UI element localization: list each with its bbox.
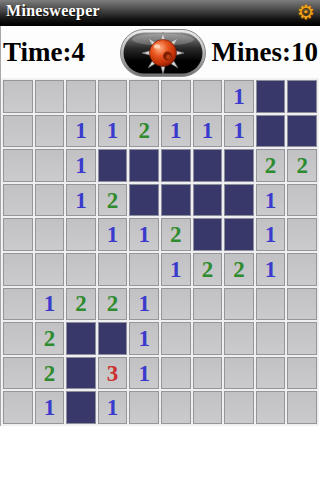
- cell-r7c9[interactable]: [255, 287, 287, 322]
- cell-r5c1[interactable]: [2, 217, 34, 252]
- cell-r4c4[interactable]: 2: [97, 183, 129, 218]
- cell-r8c1[interactable]: [2, 321, 34, 356]
- cell-r2c1[interactable]: [2, 114, 34, 149]
- cell-r8c8[interactable]: [223, 321, 255, 356]
- cell-r1c6[interactable]: [160, 79, 192, 114]
- cell-r3c2[interactable]: [34, 148, 66, 183]
- settings-button[interactable]: ⚙: [294, 0, 318, 25]
- app-title: Minesweeper: [6, 2, 100, 20]
- cell-r7c10[interactable]: [286, 287, 318, 322]
- cell-r6c4[interactable]: [97, 252, 129, 287]
- new-game-button[interactable]: [120, 29, 206, 77]
- cell-r3c1[interactable]: [2, 148, 34, 183]
- cell-r2c5[interactable]: 2: [128, 114, 160, 149]
- cell-r7c8[interactable]: [223, 287, 255, 322]
- cell-r10c1[interactable]: [2, 390, 34, 425]
- cell-r6c7[interactable]: 2: [192, 252, 224, 287]
- cell-r9c6[interactable]: [160, 356, 192, 391]
- cell-r6c6[interactable]: 1: [160, 252, 192, 287]
- cell-r10c5[interactable]: [128, 390, 160, 425]
- cell-r9c9[interactable]: [255, 356, 287, 391]
- cell-r8c10[interactable]: [286, 321, 318, 356]
- time-counter: Time:4: [3, 39, 85, 66]
- cell-r6c3[interactable]: [65, 252, 97, 287]
- cell-r2c10[interactable]: [286, 114, 318, 149]
- cell-r8c6[interactable]: [160, 321, 192, 356]
- cell-r10c4[interactable]: 1: [97, 390, 129, 425]
- cell-r3c5[interactable]: [128, 148, 160, 183]
- cell-r7c6[interactable]: [160, 287, 192, 322]
- cell-r1c4[interactable]: [97, 79, 129, 114]
- cell-r3c7[interactable]: [192, 148, 224, 183]
- cell-r6c5[interactable]: [128, 252, 160, 287]
- cell-r3c4[interactable]: [97, 148, 129, 183]
- title-bar: Minesweeper ⚙: [0, 0, 320, 26]
- cell-r5c10[interactable]: [286, 217, 318, 252]
- cell-r8c4[interactable]: [97, 321, 129, 356]
- cell-r1c10[interactable]: [286, 79, 318, 114]
- cell-r2c8[interactable]: 1: [223, 114, 255, 149]
- cell-r3c6[interactable]: [160, 148, 192, 183]
- cell-r5c9[interactable]: 1: [255, 217, 287, 252]
- cell-r5c2[interactable]: [34, 217, 66, 252]
- cell-r4c8[interactable]: [223, 183, 255, 218]
- cell-r1c9[interactable]: [255, 79, 287, 114]
- cell-r9c8[interactable]: [223, 356, 255, 391]
- cell-r1c2[interactable]: [34, 79, 66, 114]
- hud: Time:4: [0, 26, 320, 78]
- cell-r7c3[interactable]: 2: [65, 287, 97, 322]
- cell-r3c8[interactable]: [223, 148, 255, 183]
- cell-r4c1[interactable]: [2, 183, 34, 218]
- cell-r3c10[interactable]: 2: [286, 148, 318, 183]
- cell-r7c5[interactable]: 1: [128, 287, 160, 322]
- cell-r9c3[interactable]: [65, 356, 97, 391]
- cell-r1c7[interactable]: [192, 79, 224, 114]
- cell-r1c3[interactable]: [65, 79, 97, 114]
- mine-icon: [120, 29, 206, 77]
- cell-r7c7[interactable]: [192, 287, 224, 322]
- mines-counter: Mines:10: [212, 39, 318, 66]
- cell-r6c1[interactable]: [2, 252, 34, 287]
- cell-r10c8[interactable]: [223, 390, 255, 425]
- cell-r6c8[interactable]: 2: [223, 252, 255, 287]
- cell-r2c7[interactable]: 1: [192, 114, 224, 149]
- cell-r4c2[interactable]: [34, 183, 66, 218]
- cell-r9c5[interactable]: 1: [128, 356, 160, 391]
- cell-r6c10[interactable]: [286, 252, 318, 287]
- cell-r3c3[interactable]: 1: [65, 148, 97, 183]
- cell-r2c6[interactable]: 1: [160, 114, 192, 149]
- cell-r10c3[interactable]: [65, 390, 97, 425]
- cell-r4c3[interactable]: 1: [65, 183, 97, 218]
- cell-r9c7[interactable]: [192, 356, 224, 391]
- cell-r5c8[interactable]: [223, 217, 255, 252]
- cell-r5c3[interactable]: [65, 217, 97, 252]
- cell-r8c7[interactable]: [192, 321, 224, 356]
- cell-r4c5[interactable]: [128, 183, 160, 218]
- cell-r6c9[interactable]: 1: [255, 252, 287, 287]
- board: 11121111221211121122112212123111: [0, 78, 319, 426]
- cell-r8c2[interactable]: 2: [34, 321, 66, 356]
- cell-r3c9[interactable]: 2: [255, 148, 287, 183]
- cell-r10c9[interactable]: [255, 390, 287, 425]
- cell-r4c9[interactable]: 1: [255, 183, 287, 218]
- cell-r4c10[interactable]: [286, 183, 318, 218]
- cell-r2c2[interactable]: [34, 114, 66, 149]
- cell-r5c4[interactable]: 1: [97, 217, 129, 252]
- cell-r9c10[interactable]: [286, 356, 318, 391]
- cell-r2c3[interactable]: 1: [65, 114, 97, 149]
- cell-r10c10[interactable]: [286, 390, 318, 425]
- cell-r1c5[interactable]: [128, 79, 160, 114]
- gear-icon: ⚙: [297, 0, 315, 24]
- cell-r5c6[interactable]: 2: [160, 217, 192, 252]
- cell-r1c8[interactable]: 1: [223, 79, 255, 114]
- cell-r8c5[interactable]: 1: [128, 321, 160, 356]
- cell-r7c2[interactable]: 1: [34, 287, 66, 322]
- cell-r9c1[interactable]: [2, 356, 34, 391]
- cell-r9c2[interactable]: 2: [34, 356, 66, 391]
- cell-r2c4[interactable]: 1: [97, 114, 129, 149]
- cell-r8c9[interactable]: [255, 321, 287, 356]
- cell-r7c4[interactable]: 2: [97, 287, 129, 322]
- cell-r10c7[interactable]: [192, 390, 224, 425]
- cell-r4c7[interactable]: [192, 183, 224, 218]
- cell-r8c3[interactable]: [65, 321, 97, 356]
- cell-r5c7[interactable]: [192, 217, 224, 252]
- cell-r7c1[interactable]: [2, 287, 34, 322]
- cell-r1c1[interactable]: [2, 79, 34, 114]
- cell-r5c5[interactable]: 1: [128, 217, 160, 252]
- cell-r4c6[interactable]: [160, 183, 192, 218]
- cell-r9c4[interactable]: 3: [97, 356, 129, 391]
- cell-r2c9[interactable]: [255, 114, 287, 149]
- cell-r6c2[interactable]: [34, 252, 66, 287]
- cell-r10c2[interactable]: 1: [34, 390, 66, 425]
- cell-r10c6[interactable]: [160, 390, 192, 425]
